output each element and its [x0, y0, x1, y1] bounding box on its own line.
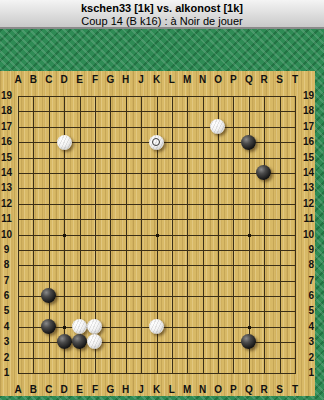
intersection-G1[interactable] [103, 365, 118, 380]
intersection-S17[interactable] [272, 119, 287, 134]
intersection-B13[interactable] [26, 181, 41, 196]
intersection-L4[interactable] [164, 319, 179, 334]
intersection-C5[interactable] [41, 304, 56, 319]
intersection-C13[interactable] [41, 181, 56, 196]
intersection-R4[interactable] [256, 319, 271, 334]
intersection-R7[interactable] [256, 273, 271, 288]
intersection-N10[interactable] [195, 227, 210, 242]
intersection-M7[interactable] [179, 273, 194, 288]
intersection-K3[interactable] [149, 334, 164, 349]
intersection-M13[interactable] [179, 181, 194, 196]
intersection-R11[interactable] [256, 211, 271, 226]
intersection-F19[interactable] [87, 88, 102, 103]
intersection-R15[interactable] [256, 150, 271, 165]
intersection-M2[interactable] [179, 350, 194, 365]
intersection-E6[interactable] [72, 288, 87, 303]
intersection-O11[interactable] [210, 211, 225, 226]
intersection-F11[interactable] [87, 211, 102, 226]
intersection-L14[interactable] [164, 165, 179, 180]
intersection-F7[interactable] [87, 273, 102, 288]
intersection-R2[interactable] [256, 350, 271, 365]
intersection-S18[interactable] [272, 104, 287, 119]
intersection-A7[interactable] [10, 273, 25, 288]
intersection-K14[interactable] [149, 165, 164, 180]
intersection-N8[interactable] [195, 257, 210, 272]
intersection-Q13[interactable] [241, 181, 256, 196]
intersection-P10[interactable] [226, 227, 241, 242]
intersection-S9[interactable] [272, 242, 287, 257]
intersection-K16[interactable] [149, 134, 164, 149]
intersection-J3[interactable] [133, 334, 148, 349]
intersection-H4[interactable] [118, 319, 133, 334]
intersection-M15[interactable] [179, 150, 194, 165]
intersection-B7[interactable] [26, 273, 41, 288]
intersection-Q7[interactable] [241, 273, 256, 288]
intersection-P11[interactable] [226, 211, 241, 226]
intersection-T17[interactable] [287, 119, 302, 134]
intersection-E10[interactable] [72, 227, 87, 242]
intersection-P8[interactable] [226, 257, 241, 272]
intersection-Q9[interactable] [241, 242, 256, 257]
intersection-D1[interactable] [56, 365, 71, 380]
intersection-K19[interactable] [149, 88, 164, 103]
intersection-O3[interactable] [210, 334, 225, 349]
intersection-D7[interactable] [56, 273, 71, 288]
intersection-P13[interactable] [226, 181, 241, 196]
intersection-Q12[interactable] [241, 196, 256, 211]
go-board[interactable]: AABBCCDDEEFFGGHHJJKKLLMMNNOOPPQQRRSSTT19… [0, 71, 315, 396]
intersection-Q11[interactable] [241, 211, 256, 226]
intersection-O7[interactable] [210, 273, 225, 288]
intersection-R13[interactable] [256, 181, 271, 196]
intersection-Q4[interactable] [241, 319, 256, 334]
intersection-D19[interactable] [56, 88, 71, 103]
intersection-H6[interactable] [118, 288, 133, 303]
intersection-G5[interactable] [103, 304, 118, 319]
intersection-E8[interactable] [72, 257, 87, 272]
intersection-H5[interactable] [118, 304, 133, 319]
intersection-T4[interactable] [287, 319, 302, 334]
intersection-L16[interactable] [164, 134, 179, 149]
intersection-P15[interactable] [226, 150, 241, 165]
intersection-D6[interactable] [56, 288, 71, 303]
intersection-N5[interactable] [195, 304, 210, 319]
intersection-G6[interactable] [103, 288, 118, 303]
intersection-E14[interactable] [72, 165, 87, 180]
intersection-L7[interactable] [164, 273, 179, 288]
intersection-O19[interactable] [210, 88, 225, 103]
intersection-R18[interactable] [256, 104, 271, 119]
intersection-J18[interactable] [133, 104, 148, 119]
intersection-E17[interactable] [72, 119, 87, 134]
intersection-N19[interactable] [195, 88, 210, 103]
intersection-L8[interactable] [164, 257, 179, 272]
intersection-F12[interactable] [87, 196, 102, 211]
intersection-C11[interactable] [41, 211, 56, 226]
intersection-K1[interactable] [149, 365, 164, 380]
intersection-O14[interactable] [210, 165, 225, 180]
intersection-L18[interactable] [164, 104, 179, 119]
intersection-J6[interactable] [133, 288, 148, 303]
intersection-G10[interactable] [103, 227, 118, 242]
intersection-B3[interactable] [26, 334, 41, 349]
intersection-F14[interactable] [87, 165, 102, 180]
intersection-S15[interactable] [272, 150, 287, 165]
intersection-Q15[interactable] [241, 150, 256, 165]
intersection-T16[interactable] [287, 134, 302, 149]
intersection-F3[interactable] [87, 334, 102, 349]
intersection-F18[interactable] [87, 104, 102, 119]
intersection-L9[interactable] [164, 242, 179, 257]
intersection-M19[interactable] [179, 88, 194, 103]
intersection-S13[interactable] [272, 181, 287, 196]
intersection-D17[interactable] [56, 119, 71, 134]
intersection-S10[interactable] [272, 227, 287, 242]
intersection-C2[interactable] [41, 350, 56, 365]
intersection-O12[interactable] [210, 196, 225, 211]
intersection-J8[interactable] [133, 257, 148, 272]
intersection-M4[interactable] [179, 319, 194, 334]
intersection-O8[interactable] [210, 257, 225, 272]
intersection-K15[interactable] [149, 150, 164, 165]
intersection-G12[interactable] [103, 196, 118, 211]
intersection-H2[interactable] [118, 350, 133, 365]
intersection-F1[interactable] [87, 365, 102, 380]
intersection-R3[interactable] [256, 334, 271, 349]
intersection-R16[interactable] [256, 134, 271, 149]
intersection-O1[interactable] [210, 365, 225, 380]
intersection-B12[interactable] [26, 196, 41, 211]
intersection-N17[interactable] [195, 119, 210, 134]
intersection-E3[interactable] [72, 334, 87, 349]
intersection-G9[interactable] [103, 242, 118, 257]
intersection-B9[interactable] [26, 242, 41, 257]
intersection-S11[interactable] [272, 211, 287, 226]
intersection-A15[interactable] [10, 150, 25, 165]
intersection-M6[interactable] [179, 288, 194, 303]
intersection-L10[interactable] [164, 227, 179, 242]
intersection-A16[interactable] [10, 134, 25, 149]
intersection-J16[interactable] [133, 134, 148, 149]
intersection-R17[interactable] [256, 119, 271, 134]
intersection-G8[interactable] [103, 257, 118, 272]
intersection-B11[interactable] [26, 211, 41, 226]
intersection-B19[interactable] [26, 88, 41, 103]
intersection-L2[interactable] [164, 350, 179, 365]
intersection-D8[interactable] [56, 257, 71, 272]
intersection-J17[interactable] [133, 119, 148, 134]
intersection-J12[interactable] [133, 196, 148, 211]
intersection-D4[interactable] [56, 319, 71, 334]
intersection-H11[interactable] [118, 211, 133, 226]
intersection-T9[interactable] [287, 242, 302, 257]
intersection-E18[interactable] [72, 104, 87, 119]
intersection-D11[interactable] [56, 211, 71, 226]
intersection-E1[interactable] [72, 365, 87, 380]
intersection-F4[interactable] [87, 319, 102, 334]
intersection-P3[interactable] [226, 334, 241, 349]
intersection-J19[interactable] [133, 88, 148, 103]
intersection-H14[interactable] [118, 165, 133, 180]
intersection-S4[interactable] [272, 319, 287, 334]
intersection-C4[interactable] [41, 319, 56, 334]
intersection-N3[interactable] [195, 334, 210, 349]
intersection-O18[interactable] [210, 104, 225, 119]
intersection-G17[interactable] [103, 119, 118, 134]
intersection-R19[interactable] [256, 88, 271, 103]
intersection-T14[interactable] [287, 165, 302, 180]
intersection-B17[interactable] [26, 119, 41, 134]
intersection-S19[interactable] [272, 88, 287, 103]
intersection-H9[interactable] [118, 242, 133, 257]
intersection-H10[interactable] [118, 227, 133, 242]
intersection-P12[interactable] [226, 196, 241, 211]
intersection-A11[interactable] [10, 211, 25, 226]
intersection-R6[interactable] [256, 288, 271, 303]
intersection-F6[interactable] [87, 288, 102, 303]
intersection-L15[interactable] [164, 150, 179, 165]
intersection-Q2[interactable] [241, 350, 256, 365]
intersection-K6[interactable] [149, 288, 164, 303]
intersection-C12[interactable] [41, 196, 56, 211]
intersection-H17[interactable] [118, 119, 133, 134]
intersection-Q5[interactable] [241, 304, 256, 319]
intersection-L19[interactable] [164, 88, 179, 103]
intersection-M18[interactable] [179, 104, 194, 119]
intersection-G13[interactable] [103, 181, 118, 196]
intersection-K7[interactable] [149, 273, 164, 288]
intersection-B18[interactable] [26, 104, 41, 119]
intersection-E2[interactable] [72, 350, 87, 365]
intersection-C9[interactable] [41, 242, 56, 257]
intersection-Q17[interactable] [241, 119, 256, 134]
intersection-B4[interactable] [26, 319, 41, 334]
intersection-M8[interactable] [179, 257, 194, 272]
intersection-T7[interactable] [287, 273, 302, 288]
intersection-N12[interactable] [195, 196, 210, 211]
intersection-J1[interactable] [133, 365, 148, 380]
intersection-J10[interactable] [133, 227, 148, 242]
intersection-N11[interactable] [195, 211, 210, 226]
intersection-P16[interactable] [226, 134, 241, 149]
intersection-J15[interactable] [133, 150, 148, 165]
intersection-H8[interactable] [118, 257, 133, 272]
intersection-E13[interactable] [72, 181, 87, 196]
intersection-P7[interactable] [226, 273, 241, 288]
intersection-Q8[interactable] [241, 257, 256, 272]
intersection-K4[interactable] [149, 319, 164, 334]
intersection-Q10[interactable] [241, 227, 256, 242]
intersection-E5[interactable] [72, 304, 87, 319]
intersection-R14[interactable] [256, 165, 271, 180]
intersection-P9[interactable] [226, 242, 241, 257]
intersection-H13[interactable] [118, 181, 133, 196]
intersection-G16[interactable] [103, 134, 118, 149]
intersection-H1[interactable] [118, 365, 133, 380]
intersection-S16[interactable] [272, 134, 287, 149]
intersection-G18[interactable] [103, 104, 118, 119]
intersection-L5[interactable] [164, 304, 179, 319]
intersection-G14[interactable] [103, 165, 118, 180]
intersection-K12[interactable] [149, 196, 164, 211]
intersection-A3[interactable] [10, 334, 25, 349]
intersection-T10[interactable] [287, 227, 302, 242]
intersection-T19[interactable] [287, 88, 302, 103]
intersection-A1[interactable] [10, 365, 25, 380]
intersection-Q1[interactable] [241, 365, 256, 380]
intersection-C14[interactable] [41, 165, 56, 180]
intersection-M10[interactable] [179, 227, 194, 242]
intersection-Q14[interactable] [241, 165, 256, 180]
intersection-N14[interactable] [195, 165, 210, 180]
intersection-D15[interactable] [56, 150, 71, 165]
intersection-A18[interactable] [10, 104, 25, 119]
intersection-D14[interactable] [56, 165, 71, 180]
intersection-N4[interactable] [195, 319, 210, 334]
intersection-B14[interactable] [26, 165, 41, 180]
intersection-A9[interactable] [10, 242, 25, 257]
intersection-S5[interactable] [272, 304, 287, 319]
intersection-F5[interactable] [87, 304, 102, 319]
intersection-R1[interactable] [256, 365, 271, 380]
intersection-Q3[interactable] [241, 334, 256, 349]
intersection-C1[interactable] [41, 365, 56, 380]
intersection-B8[interactable] [26, 257, 41, 272]
intersection-A8[interactable] [10, 257, 25, 272]
intersection-N6[interactable] [195, 288, 210, 303]
intersection-A17[interactable] [10, 119, 25, 134]
intersection-L17[interactable] [164, 119, 179, 134]
intersection-N7[interactable] [195, 273, 210, 288]
intersection-C15[interactable] [41, 150, 56, 165]
intersection-T5[interactable] [287, 304, 302, 319]
intersection-F16[interactable] [87, 134, 102, 149]
intersection-C8[interactable] [41, 257, 56, 272]
intersection-J9[interactable] [133, 242, 148, 257]
intersection-A10[interactable] [10, 227, 25, 242]
intersection-O4[interactable] [210, 319, 225, 334]
intersection-O5[interactable] [210, 304, 225, 319]
intersection-J4[interactable] [133, 319, 148, 334]
intersection-R9[interactable] [256, 242, 271, 257]
intersection-K10[interactable] [149, 227, 164, 242]
intersection-H16[interactable] [118, 134, 133, 149]
intersection-P14[interactable] [226, 165, 241, 180]
intersection-S7[interactable] [272, 273, 287, 288]
intersection-M1[interactable] [179, 365, 194, 380]
intersection-G15[interactable] [103, 150, 118, 165]
intersection-O6[interactable] [210, 288, 225, 303]
intersection-D13[interactable] [56, 181, 71, 196]
intersection-E16[interactable] [72, 134, 87, 149]
intersection-J14[interactable] [133, 165, 148, 180]
intersection-O10[interactable] [210, 227, 225, 242]
intersection-H19[interactable] [118, 88, 133, 103]
intersection-H3[interactable] [118, 334, 133, 349]
intersection-K9[interactable] [149, 242, 164, 257]
intersection-J2[interactable] [133, 350, 148, 365]
intersection-E12[interactable] [72, 196, 87, 211]
intersection-D12[interactable] [56, 196, 71, 211]
intersection-J11[interactable] [133, 211, 148, 226]
intersection-N18[interactable] [195, 104, 210, 119]
intersection-B10[interactable] [26, 227, 41, 242]
intersection-Q18[interactable] [241, 104, 256, 119]
intersection-O13[interactable] [210, 181, 225, 196]
intersection-M3[interactable] [179, 334, 194, 349]
intersection-N1[interactable] [195, 365, 210, 380]
intersection-K18[interactable] [149, 104, 164, 119]
intersection-M11[interactable] [179, 211, 194, 226]
intersection-P6[interactable] [226, 288, 241, 303]
intersection-F8[interactable] [87, 257, 102, 272]
intersection-O15[interactable] [210, 150, 225, 165]
intersection-M9[interactable] [179, 242, 194, 257]
intersection-P18[interactable] [226, 104, 241, 119]
intersection-F10[interactable] [87, 227, 102, 242]
intersection-S3[interactable] [272, 334, 287, 349]
intersection-N2[interactable] [195, 350, 210, 365]
intersection-H15[interactable] [118, 150, 133, 165]
intersection-N15[interactable] [195, 150, 210, 165]
intersection-B5[interactable] [26, 304, 41, 319]
intersection-C18[interactable] [41, 104, 56, 119]
intersection-R8[interactable] [256, 257, 271, 272]
intersection-P1[interactable] [226, 365, 241, 380]
intersection-F2[interactable] [87, 350, 102, 365]
intersection-E4[interactable] [72, 319, 87, 334]
intersection-S8[interactable] [272, 257, 287, 272]
intersection-G2[interactable] [103, 350, 118, 365]
intersection-T2[interactable] [287, 350, 302, 365]
intersection-K8[interactable] [149, 257, 164, 272]
intersection-A19[interactable] [10, 88, 25, 103]
intersection-C10[interactable] [41, 227, 56, 242]
intersection-L13[interactable] [164, 181, 179, 196]
intersection-D18[interactable] [56, 104, 71, 119]
intersection-K5[interactable] [149, 304, 164, 319]
intersection-O9[interactable] [210, 242, 225, 257]
intersection-P4[interactable] [226, 319, 241, 334]
intersection-D2[interactable] [56, 350, 71, 365]
intersection-R12[interactable] [256, 196, 271, 211]
intersection-N13[interactable] [195, 181, 210, 196]
intersection-N16[interactable] [195, 134, 210, 149]
intersection-M16[interactable] [179, 134, 194, 149]
intersection-E19[interactable] [72, 88, 87, 103]
intersection-B16[interactable] [26, 134, 41, 149]
intersection-A13[interactable] [10, 181, 25, 196]
intersection-A6[interactable] [10, 288, 25, 303]
intersection-T6[interactable] [287, 288, 302, 303]
intersection-K13[interactable] [149, 181, 164, 196]
intersection-G7[interactable] [103, 273, 118, 288]
intersection-D9[interactable] [56, 242, 71, 257]
intersection-D16[interactable] [56, 134, 71, 149]
intersection-G19[interactable] [103, 88, 118, 103]
intersection-P5[interactable] [226, 304, 241, 319]
intersection-J13[interactable] [133, 181, 148, 196]
intersection-O16[interactable] [210, 134, 225, 149]
intersection-P19[interactable] [226, 88, 241, 103]
intersection-O17[interactable] [210, 119, 225, 134]
intersection-A12[interactable] [10, 196, 25, 211]
intersection-S2[interactable] [272, 350, 287, 365]
intersection-E9[interactable] [72, 242, 87, 257]
intersection-E11[interactable] [72, 211, 87, 226]
intersection-G11[interactable] [103, 211, 118, 226]
intersection-T12[interactable] [287, 196, 302, 211]
